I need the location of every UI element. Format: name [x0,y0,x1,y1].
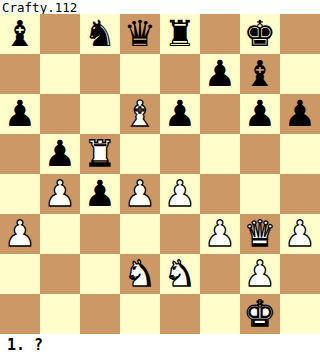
xboard-window: Crafty.112 ♝♞♛♜♚♟♝♟♝♟♟♟♟♜♟♟♟♟♟♟♛♟♞♞♟♚ 1.… [0,0,320,360]
square-b7[interactable] [40,54,80,94]
square-f5[interactable] [200,134,240,174]
square-e6[interactable]: ♟ [160,94,200,134]
square-d6[interactable]: ♝ [120,94,160,134]
black-pawn-icon[interactable]: ♟ [164,94,196,134]
white-queen-icon[interactable]: ♛ [244,214,276,254]
square-g4[interactable] [240,174,280,214]
square-f4[interactable] [200,174,240,214]
square-c6[interactable] [80,94,120,134]
white-pawn-icon[interactable]: ♟ [44,174,76,214]
square-a8[interactable]: ♝ [0,14,40,54]
square-b5[interactable]: ♟ [40,134,80,174]
square-c7[interactable] [80,54,120,94]
square-h4[interactable] [280,174,320,214]
square-d2[interactable]: ♞ [120,254,160,294]
black-pawn-icon[interactable]: ♟ [244,94,276,134]
square-g7[interactable]: ♝ [240,54,280,94]
square-a7[interactable] [0,54,40,94]
square-h2[interactable] [280,254,320,294]
square-b3[interactable] [40,214,80,254]
square-a1[interactable] [0,294,40,334]
black-bishop-icon[interactable]: ♝ [4,14,36,54]
black-pawn-icon[interactable]: ♟ [204,54,236,94]
white-pawn-icon[interactable]: ♟ [284,214,316,254]
engine-title: Crafty.112 [0,0,320,14]
white-pawn-icon[interactable]: ♟ [164,174,196,214]
black-bishop-icon[interactable]: ♝ [244,54,276,94]
white-knight-icon[interactable]: ♞ [124,254,156,294]
square-a5[interactable] [0,134,40,174]
square-e7[interactable] [160,54,200,94]
black-pawn-icon[interactable]: ♟ [4,94,36,134]
square-f6[interactable] [200,94,240,134]
square-c1[interactable] [80,294,120,334]
square-b4[interactable]: ♟ [40,174,80,214]
white-king-icon[interactable]: ♚ [244,294,276,334]
square-e3[interactable] [160,214,200,254]
square-e2[interactable]: ♞ [160,254,200,294]
square-h5[interactable] [280,134,320,174]
square-a2[interactable] [0,254,40,294]
square-d1[interactable] [120,294,160,334]
square-e4[interactable]: ♟ [160,174,200,214]
square-c4[interactable]: ♟ [80,174,120,214]
square-d3[interactable] [120,214,160,254]
black-king-icon[interactable]: ♚ [244,14,276,54]
square-e5[interactable] [160,134,200,174]
square-g3[interactable]: ♛ [240,214,280,254]
square-h6[interactable]: ♟ [280,94,320,134]
square-f8[interactable] [200,14,240,54]
white-pawn-icon[interactable]: ♟ [244,254,276,294]
square-d5[interactable] [120,134,160,174]
square-c3[interactable] [80,214,120,254]
black-rook-icon[interactable]: ♜ [164,14,196,54]
square-b8[interactable] [40,14,80,54]
black-pawn-icon[interactable]: ♟ [84,174,116,214]
black-queen-icon[interactable]: ♛ [124,14,156,54]
move-prompt: 1. ? [0,334,320,360]
square-a4[interactable] [0,174,40,214]
square-f7[interactable]: ♟ [200,54,240,94]
black-knight-icon[interactable]: ♞ [84,14,116,54]
white-pawn-icon[interactable]: ♟ [204,214,236,254]
square-a6[interactable]: ♟ [0,94,40,134]
square-d8[interactable]: ♛ [120,14,160,54]
square-h3[interactable]: ♟ [280,214,320,254]
square-e1[interactable] [160,294,200,334]
square-h8[interactable] [280,14,320,54]
square-d4[interactable]: ♟ [120,174,160,214]
square-d7[interactable] [120,54,160,94]
square-c2[interactable] [80,254,120,294]
square-g2[interactable]: ♟ [240,254,280,294]
square-f2[interactable] [200,254,240,294]
white-pawn-icon[interactable]: ♟ [124,174,156,214]
square-f1[interactable] [200,294,240,334]
black-pawn-icon[interactable]: ♟ [44,134,76,174]
white-rook-icon[interactable]: ♜ [84,134,116,174]
square-a3[interactable]: ♟ [0,214,40,254]
square-e8[interactable]: ♜ [160,14,200,54]
white-knight-icon[interactable]: ♞ [164,254,196,294]
square-g5[interactable] [240,134,280,174]
square-c8[interactable]: ♞ [80,14,120,54]
square-g6[interactable]: ♟ [240,94,280,134]
black-pawn-icon[interactable]: ♟ [284,94,316,134]
square-g1[interactable]: ♚ [240,294,280,334]
chess-board: ♝♞♛♜♚♟♝♟♝♟♟♟♟♜♟♟♟♟♟♟♛♟♞♞♟♚ [0,14,320,334]
square-h1[interactable] [280,294,320,334]
white-bishop-icon[interactable]: ♝ [124,94,156,134]
square-h7[interactable] [280,54,320,94]
white-pawn-icon[interactable]: ♟ [4,214,36,254]
square-g8[interactable]: ♚ [240,14,280,54]
square-b1[interactable] [40,294,80,334]
square-c5[interactable]: ♜ [80,134,120,174]
square-b2[interactable] [40,254,80,294]
square-f3[interactable]: ♟ [200,214,240,254]
square-b6[interactable] [40,94,80,134]
